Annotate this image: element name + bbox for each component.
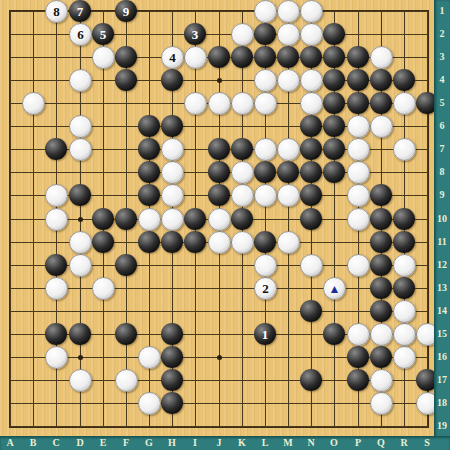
column-label: F [123, 438, 129, 448]
black-stone [323, 115, 345, 137]
column-label: Q [377, 438, 385, 448]
white-stone [231, 161, 254, 184]
white-stone [208, 231, 231, 254]
black-stone [115, 69, 137, 91]
black-stone [323, 92, 345, 114]
white-stone [254, 69, 277, 92]
move-number-label: 8 [53, 5, 60, 18]
black-stone [115, 46, 137, 68]
black-stone [393, 208, 415, 230]
white-stone: 8 [45, 0, 68, 23]
white-stone [393, 254, 416, 277]
column-label: P [355, 438, 361, 448]
white-stone [231, 92, 254, 115]
black-stone [231, 208, 253, 230]
white-stone [393, 346, 416, 369]
black-stone [370, 231, 392, 253]
row-label: 4 [440, 75, 445, 85]
column-label: E [100, 438, 107, 448]
white-stone [370, 115, 393, 138]
black-stone [300, 138, 322, 160]
row-label: 10 [437, 214, 447, 224]
white-stone [347, 115, 370, 138]
row-label: 2 [440, 29, 445, 39]
black-stone [138, 138, 160, 160]
black-stone [254, 46, 276, 68]
black-stone [208, 46, 230, 68]
black-stone [347, 46, 369, 68]
black-stone [254, 23, 276, 45]
column-label: I [193, 438, 197, 448]
black-stone [208, 184, 230, 206]
column-label: D [76, 438, 83, 448]
move-number-label: 5 [100, 28, 107, 41]
black-stone [300, 46, 322, 68]
black-stone [161, 115, 183, 137]
white-stone [300, 92, 323, 115]
move-number-label: 7 [77, 5, 84, 18]
white-stone [347, 184, 370, 207]
row-label: 8 [440, 167, 445, 177]
triangle-marker-icon: ▲ [329, 283, 341, 295]
column-label: L [262, 438, 269, 448]
black-stone [45, 254, 67, 276]
row-label: 16 [437, 352, 447, 362]
white-stone [347, 208, 370, 231]
column-label: K [238, 438, 246, 448]
row-label: 15 [437, 329, 447, 339]
row-label: 1 [440, 6, 445, 16]
black-stone [115, 323, 137, 345]
black-stone [161, 69, 183, 91]
column-label: S [424, 438, 430, 448]
go-board[interactable]: 87965342▲1 [0, 0, 450, 450]
white-stone [300, 23, 323, 46]
black-stone: 3 [184, 23, 206, 45]
white-stone [161, 161, 184, 184]
move-number-label: 6 [77, 28, 84, 41]
black-stone [323, 323, 345, 345]
black-stone [300, 369, 322, 391]
white-stone: 6 [69, 23, 92, 46]
black-stone [300, 161, 322, 183]
white-stone [277, 231, 300, 254]
white-stone [254, 184, 277, 207]
white-stone [254, 0, 277, 23]
white-stone [45, 208, 68, 231]
black-stone: 1 [254, 323, 276, 345]
black-stone [300, 300, 322, 322]
row-label: 14 [437, 306, 447, 316]
white-stone [231, 231, 254, 254]
white-stone [393, 138, 416, 161]
white-stone [92, 277, 115, 300]
black-stone [231, 46, 253, 68]
row-label: 11 [437, 237, 446, 247]
black-stone: 9 [115, 0, 137, 22]
black-stone [161, 231, 183, 253]
white-stone [254, 138, 277, 161]
black-stone [184, 208, 206, 230]
white-stone [347, 138, 370, 161]
star-point [78, 217, 83, 222]
white-stone [69, 138, 92, 161]
white-stone [300, 254, 323, 277]
black-stone [323, 69, 345, 91]
move-number-label: 9 [123, 5, 130, 18]
white-stone [254, 254, 277, 277]
column-label: A [6, 438, 13, 448]
black-stone [347, 69, 369, 91]
white-stone [184, 46, 207, 69]
white-stone: ▲ [323, 277, 346, 300]
white-stone [300, 69, 323, 92]
black-stone [69, 184, 91, 206]
black-stone [370, 92, 392, 114]
black-stone [231, 138, 253, 160]
row-label: 12 [437, 260, 447, 270]
star-point [217, 78, 222, 83]
black-stone: 7 [69, 0, 91, 22]
column-label: R [400, 438, 407, 448]
black-stone [300, 115, 322, 137]
white-stone: 4 [161, 46, 184, 69]
black-stone [161, 346, 183, 368]
black-stone [161, 323, 183, 345]
black-stone [254, 231, 276, 253]
move-number-label: 1 [262, 328, 269, 341]
black-stone [138, 115, 160, 137]
move-number-label: 3 [192, 28, 199, 41]
white-stone [393, 323, 416, 346]
white-stone [277, 69, 300, 92]
move-number-label: 2 [262, 282, 269, 295]
white-stone [138, 346, 161, 369]
black-stone [45, 138, 67, 160]
row-label: 18 [437, 398, 447, 408]
row-label: 17 [437, 375, 447, 385]
white-stone [393, 300, 416, 323]
column-label: G [145, 438, 153, 448]
column-label: N [307, 438, 314, 448]
black-stone [370, 208, 392, 230]
white-stone [231, 23, 254, 46]
black-stone [138, 231, 160, 253]
row-label: 6 [440, 121, 445, 131]
row-label: 19 [437, 421, 447, 431]
white-stone [92, 46, 115, 69]
white-stone [69, 369, 92, 392]
black-stone [208, 138, 230, 160]
star-point [78, 355, 83, 360]
white-stone [208, 208, 231, 231]
white-stone [45, 277, 68, 300]
white-stone [69, 231, 92, 254]
white-stone [370, 323, 393, 346]
black-stone [161, 369, 183, 391]
black-stone [347, 369, 369, 391]
black-stone [300, 208, 322, 230]
row-label: 7 [440, 144, 445, 154]
black-stone [92, 231, 114, 253]
white-stone [277, 0, 300, 23]
row-label: 9 [440, 190, 445, 200]
white-stone [184, 92, 207, 115]
black-stone [138, 161, 160, 183]
white-stone [45, 346, 68, 369]
black-stone [393, 69, 415, 91]
black-stone [323, 138, 345, 160]
white-stone [277, 23, 300, 46]
white-stone [393, 92, 416, 115]
black-stone [254, 161, 276, 183]
black-stone [115, 254, 137, 276]
white-stone [45, 184, 68, 207]
black-stone [45, 323, 67, 345]
black-stone [393, 231, 415, 253]
move-number-label: 4 [169, 51, 176, 64]
white-stone [161, 184, 184, 207]
go-board-app: 87965342▲1 ABCDEFGHIJKLMNOPQRS1234567891… [0, 0, 450, 450]
column-label: H [168, 438, 176, 448]
white-stone [347, 161, 370, 184]
black-stone [208, 161, 230, 183]
star-point [217, 355, 222, 360]
black-stone [138, 184, 160, 206]
white-stone [161, 208, 184, 231]
black-stone [370, 277, 392, 299]
row-label: 3 [440, 52, 445, 62]
black-stone [323, 23, 345, 45]
black-stone [370, 300, 392, 322]
white-stone [254, 92, 277, 115]
black-stone [161, 392, 183, 414]
white-stone [208, 92, 231, 115]
white-stone [22, 92, 45, 115]
row-label: 13 [437, 283, 447, 293]
white-stone [161, 138, 184, 161]
black-stone [370, 254, 392, 276]
white-stone [69, 115, 92, 138]
black-stone [92, 208, 114, 230]
column-label: M [283, 438, 292, 448]
column-label: C [52, 438, 59, 448]
black-stone [347, 346, 369, 368]
white-stone: 2 [254, 277, 277, 300]
black-stone [370, 184, 392, 206]
black-stone [277, 161, 299, 183]
black-stone [370, 346, 392, 368]
white-stone [138, 208, 161, 231]
white-stone [370, 369, 393, 392]
white-stone [115, 369, 138, 392]
black-stone [277, 46, 299, 68]
white-stone [138, 392, 161, 415]
white-stone [277, 184, 300, 207]
black-stone [300, 184, 322, 206]
white-stone [347, 323, 370, 346]
white-stone [370, 46, 393, 69]
black-stone [393, 277, 415, 299]
white-stone [370, 392, 393, 415]
black-stone [115, 208, 137, 230]
column-label: J [217, 438, 222, 448]
white-stone [69, 254, 92, 277]
white-stone [69, 69, 92, 92]
column-label: B [30, 438, 37, 448]
black-stone [69, 323, 91, 345]
black-stone [370, 69, 392, 91]
black-stone [347, 92, 369, 114]
white-stone [347, 254, 370, 277]
black-stone [323, 46, 345, 68]
black-stone: 5 [92, 23, 114, 45]
black-stone [323, 161, 345, 183]
column-label: O [330, 438, 338, 448]
white-stone [231, 184, 254, 207]
row-label: 5 [440, 98, 445, 108]
white-stone [277, 138, 300, 161]
black-stone [184, 231, 206, 253]
white-stone [300, 0, 323, 23]
